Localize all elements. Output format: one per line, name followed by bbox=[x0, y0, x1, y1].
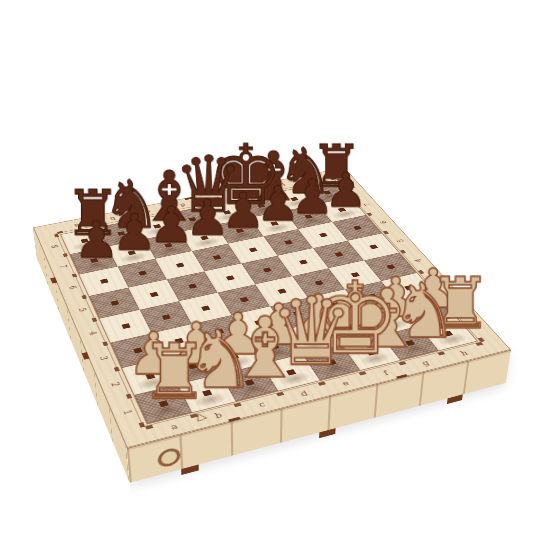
file-label-near-a: a bbox=[163, 420, 185, 433]
rank-label-right-6: 6 bbox=[375, 217, 392, 226]
product-photo-stage: aabbccddeeffgghh8877665544332211 △ ♜♞♝♛ bbox=[0, 0, 540, 540]
rank-label-left-6: 6 bbox=[65, 282, 81, 293]
rank-label-left-4: 4 bbox=[84, 327, 101, 339]
chess-board: aabbccddeeffgghh8877665544332211 △ ♜♞♝♛ bbox=[33, 167, 511, 448]
square-a5 bbox=[89, 288, 140, 319]
front-latch-ring bbox=[157, 446, 180, 469]
file-label-far-d: d bbox=[174, 201, 191, 209]
rank-label-right-5: 5 bbox=[392, 236, 409, 246]
board-scene: aabbccddeeffgghh8877665544332211 △ ♜♞♝♛ bbox=[70, 100, 438, 468]
front-foot-tab bbox=[181, 464, 199, 475]
file-label-far-h: h bbox=[307, 175, 324, 182]
file-label-far-a: a bbox=[68, 221, 85, 229]
rank-label-left-2: 2 bbox=[106, 377, 124, 391]
file-label-far-f: f bbox=[242, 188, 259, 196]
file-label-far-c: c bbox=[140, 208, 157, 216]
edge-tab bbox=[50, 277, 57, 283]
rank-label-left-7: 7 bbox=[56, 261, 71, 272]
file-label-far-g: g bbox=[274, 182, 291, 189]
file-label-far-b: b bbox=[104, 214, 121, 222]
file-label-far-e: e bbox=[208, 194, 225, 202]
rank-label-left-5: 5 bbox=[74, 304, 90, 316]
rank-label-left-3: 3 bbox=[95, 352, 112, 365]
front-foot-tab bbox=[447, 394, 463, 404]
front-foot-tab bbox=[319, 428, 336, 438]
rank-label-left-8: 8 bbox=[47, 242, 62, 252]
file-label-near-b: b bbox=[208, 409, 230, 422]
rank-label-right-7: 7 bbox=[360, 200, 376, 209]
rank-label-left-1: 1 bbox=[118, 405, 137, 420]
piece-light-rook: ♜ bbox=[140, 334, 191, 411]
